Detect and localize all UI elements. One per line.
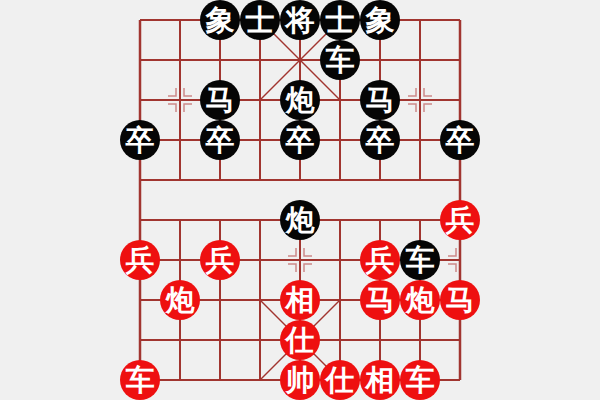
piece-red-pawn[interactable]: 兵 xyxy=(120,240,160,280)
piece-red-horse[interactable]: 马 xyxy=(360,280,400,320)
piece-red-elephant[interactable]: 相 xyxy=(360,360,400,400)
piece-black-advisor[interactable]: 士 xyxy=(240,0,280,40)
piece-red-cannon[interactable]: 炮 xyxy=(160,280,200,320)
piece-black-cannon[interactable]: 炮 xyxy=(280,80,320,120)
xiangqi-board: 象士将士象车马炮马卒卒卒卒卒炮车兵兵兵兵炮相马炮马仕车帅仕相车 xyxy=(0,0,600,400)
piece-black-elephant[interactable]: 象 xyxy=(360,0,400,40)
piece-red-chariot[interactable]: 车 xyxy=(120,360,160,400)
piece-black-elephant[interactable]: 象 xyxy=(200,0,240,40)
piece-black-cannon[interactable]: 炮 xyxy=(280,200,320,240)
pieces-layer[interactable]: 象士将士象车马炮马卒卒卒卒卒炮车兵兵兵兵炮相马炮马仕车帅仕相车 xyxy=(120,0,480,400)
piece-black-chariot[interactable]: 车 xyxy=(320,40,360,80)
piece-red-chariot[interactable]: 车 xyxy=(400,360,440,400)
piece-black-chariot[interactable]: 车 xyxy=(400,240,440,280)
piece-black-pawn[interactable]: 卒 xyxy=(200,120,240,160)
piece-black-horse[interactable]: 马 xyxy=(200,80,240,120)
piece-red-advisor[interactable]: 仕 xyxy=(320,360,360,400)
piece-red-pawn[interactable]: 兵 xyxy=(200,240,240,280)
piece-red-pawn[interactable]: 兵 xyxy=(440,200,480,240)
piece-red-elephant[interactable]: 相 xyxy=(280,280,320,320)
piece-black-pawn[interactable]: 卒 xyxy=(440,120,480,160)
piece-red-king[interactable]: 帅 xyxy=(280,360,320,400)
piece-black-pawn[interactable]: 卒 xyxy=(280,120,320,160)
piece-red-cannon[interactable]: 炮 xyxy=(400,280,440,320)
piece-black-pawn[interactable]: 卒 xyxy=(120,120,160,160)
piece-black-king[interactable]: 将 xyxy=(280,0,320,40)
piece-red-horse[interactable]: 马 xyxy=(440,280,480,320)
piece-black-advisor[interactable]: 士 xyxy=(320,0,360,40)
piece-red-advisor[interactable]: 仕 xyxy=(280,320,320,360)
piece-black-horse[interactable]: 马 xyxy=(360,80,400,120)
piece-black-pawn[interactable]: 卒 xyxy=(360,120,400,160)
piece-red-pawn[interactable]: 兵 xyxy=(360,240,400,280)
